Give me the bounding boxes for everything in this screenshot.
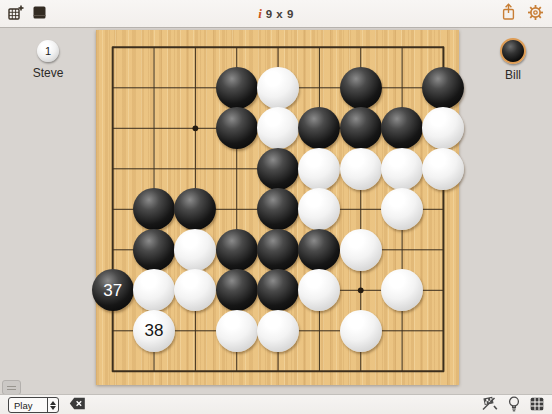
black-stone	[257, 148, 299, 190]
share-icon	[501, 3, 516, 24]
info-icon[interactable]: i	[258, 7, 262, 20]
black-stone	[133, 229, 175, 271]
page-title: 9 x 9	[266, 8, 294, 20]
new-game-button[interactable]	[8, 5, 24, 23]
black-stone	[340, 67, 382, 109]
settings-gear-icon	[527, 4, 544, 24]
white-stone	[422, 148, 464, 190]
score-estimate-icon	[481, 396, 498, 414]
white-stone-move-38: 38	[133, 310, 175, 352]
share-button[interactable]	[501, 3, 516, 24]
black-stone	[216, 229, 258, 271]
black-stone	[216, 269, 258, 311]
player-panel-white: 1 Steve	[0, 40, 96, 80]
white-captures-count: 1	[45, 45, 51, 57]
new-game-icon	[8, 5, 24, 23]
black-stone	[257, 229, 299, 271]
hint-lightbulb-icon	[508, 396, 520, 414]
top-toolbar: i 9 x 9	[0, 0, 552, 28]
black-stone	[422, 67, 464, 109]
black-stone	[216, 67, 258, 109]
white-stone	[340, 148, 382, 190]
position-button[interactable]	[530, 397, 544, 414]
white-stone	[216, 310, 258, 352]
mode-popup-button[interactable]: Play	[8, 397, 59, 413]
white-capture-stone: 1	[37, 40, 59, 62]
white-stone	[174, 229, 216, 271]
delete-move-button[interactable]	[69, 397, 86, 413]
white-stone	[257, 67, 299, 109]
white-stone	[381, 148, 423, 190]
white-stone	[298, 148, 340, 190]
bottom-toolbar: Play	[0, 394, 552, 414]
position-grid-icon	[530, 397, 544, 414]
settings-button[interactable]	[527, 4, 544, 24]
hint-button[interactable]	[508, 396, 520, 414]
go-board[interactable]: 3738	[96, 30, 459, 385]
score-estimate-button[interactable]	[481, 396, 498, 414]
black-stone-move-37: 37	[92, 269, 134, 311]
white-stone	[340, 229, 382, 271]
mode-popup-label: Play	[9, 398, 47, 412]
black-stone	[298, 229, 340, 271]
library-button[interactable]	[33, 6, 46, 22]
player-name-black: Bill	[474, 68, 552, 82]
white-stone	[340, 310, 382, 352]
popup-stepper-icon	[47, 398, 58, 412]
black-stone	[340, 107, 382, 149]
player-name-white: Steve	[0, 66, 96, 80]
title-area: i 9 x 9	[0, 0, 552, 27]
white-stone	[257, 310, 299, 352]
library-icon	[33, 6, 46, 22]
tray-handle[interactable]	[2, 380, 21, 395]
backspace-icon	[69, 397, 86, 413]
player-panel-black: Bill	[474, 38, 552, 82]
black-player-stone-to-move	[500, 38, 526, 64]
black-stone	[216, 107, 258, 149]
